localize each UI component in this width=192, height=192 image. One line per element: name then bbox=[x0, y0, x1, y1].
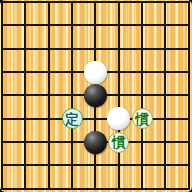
move-label[interactable]: 定 bbox=[62, 108, 83, 129]
go-board[interactable]: 定慣慣 bbox=[0, 0, 192, 192]
move-label[interactable]: 慣 bbox=[132, 108, 153, 129]
black-stone[interactable] bbox=[84, 131, 107, 154]
grid-line-horizontal bbox=[1, 188, 190, 190]
grid-line-vertical bbox=[188, 1, 190, 190]
black-stone[interactable] bbox=[84, 84, 107, 107]
move-label[interactable]: 慣 bbox=[108, 132, 129, 153]
grid-line-horizontal bbox=[1, 118, 190, 120]
grid-line-horizontal bbox=[1, 164, 190, 166]
grid-line-vertical bbox=[141, 1, 143, 190]
white-stone[interactable] bbox=[107, 107, 130, 130]
grid-line-vertical bbox=[118, 1, 120, 190]
grid-line-vertical bbox=[164, 1, 166, 190]
white-stone[interactable] bbox=[84, 61, 107, 84]
